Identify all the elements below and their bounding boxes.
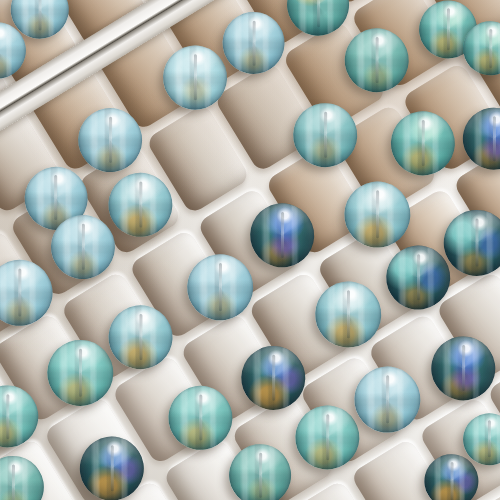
bead-tray-photo [0, 0, 500, 500]
tray-grid [0, 0, 500, 500]
